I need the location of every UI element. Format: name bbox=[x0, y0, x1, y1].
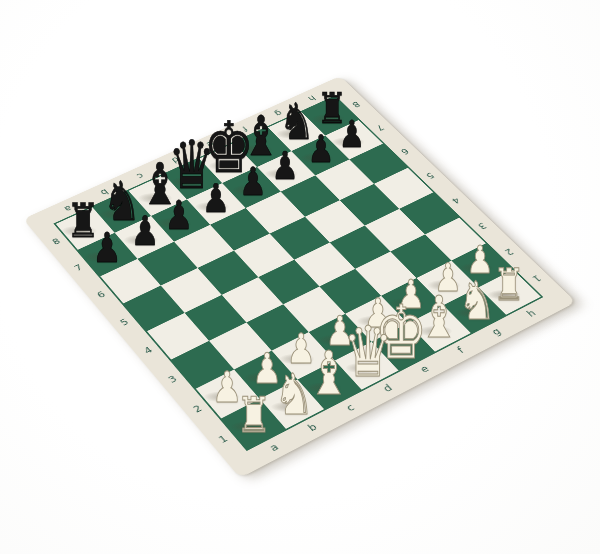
rank-label-right-6: 6 bbox=[399, 147, 411, 156]
rank-label-left-7: 7 bbox=[73, 263, 85, 272]
file-label-bottom-b: b bbox=[306, 422, 319, 433]
chess-board: aa88bb77cc66dd55ee44ff33gg22hh11 bbox=[23, 76, 576, 478]
file-label-top-b: b bbox=[99, 188, 110, 197]
file-label-top-g: g bbox=[273, 109, 284, 117]
file-label-top-h: h bbox=[306, 94, 317, 102]
rank-label-left-8: 8 bbox=[51, 237, 62, 246]
file-label-top-f: f bbox=[240, 125, 249, 132]
file-label-bottom-h: h bbox=[525, 309, 538, 319]
file-label-top-e: e bbox=[205, 140, 216, 148]
file-label-bottom-d: d bbox=[381, 383, 394, 393]
file-label-top-c: c bbox=[135, 172, 145, 180]
file-label-bottom-e: e bbox=[418, 364, 431, 374]
rank-label-left-6: 6 bbox=[95, 290, 107, 300]
board-grid bbox=[53, 95, 543, 451]
rank-label-right-3: 3 bbox=[476, 221, 488, 230]
rank-label-left-5: 5 bbox=[119, 317, 131, 327]
rank-label-right-4: 4 bbox=[450, 196, 462, 205]
chess-set-photo: aa88bb77cc66dd55ee44ff33gg22hh11 ♜♞♝♛♚♝♞… bbox=[0, 0, 600, 554]
file-label-bottom-a: a bbox=[268, 442, 281, 453]
file-label-bottom-c: c bbox=[345, 403, 357, 413]
file-label-top-d: d bbox=[170, 156, 181, 165]
rank-label-right-2: 2 bbox=[503, 247, 515, 256]
rank-label-right-5: 5 bbox=[424, 171, 436, 180]
file-label-bottom-f: f bbox=[456, 346, 466, 355]
rank-label-left-3: 3 bbox=[167, 374, 179, 384]
rank-label-left-4: 4 bbox=[142, 345, 154, 355]
rank-label-right-8: 8 bbox=[350, 100, 361, 108]
file-label-top-a: a bbox=[63, 204, 74, 213]
rank-label-left-2: 2 bbox=[191, 404, 203, 415]
rank-label-left-1: 1 bbox=[217, 434, 230, 445]
file-label-bottom-g: g bbox=[490, 327, 503, 337]
rank-label-right-7: 7 bbox=[374, 123, 385, 131]
rank-label-right-1: 1 bbox=[530, 273, 542, 283]
